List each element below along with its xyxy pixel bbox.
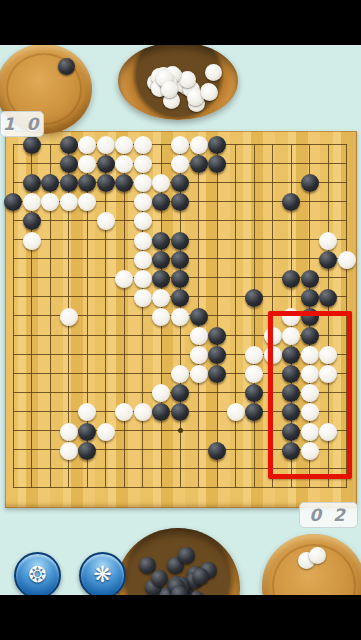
stone-white[interactable] (23, 193, 41, 211)
white-stone-bowl (118, 42, 238, 120)
stone-white[interactable] (78, 136, 96, 154)
stone-black[interactable] (171, 174, 189, 192)
stone-white[interactable] (134, 174, 152, 192)
stone-white[interactable] (171, 308, 189, 326)
white-stone (205, 64, 222, 81)
stone-white[interactable] (134, 289, 152, 307)
stone-black[interactable] (245, 289, 263, 307)
stone-white[interactable] (60, 193, 78, 211)
stone-black[interactable] (171, 270, 189, 288)
stone-white[interactable] (152, 308, 170, 326)
stone-black[interactable] (4, 193, 22, 211)
stone-black[interactable] (152, 270, 170, 288)
stone-white[interactable] (152, 289, 170, 307)
stone-black[interactable] (171, 384, 189, 402)
capture-counter-top: 1 0 (0, 111, 44, 137)
star-point (178, 428, 183, 433)
stone-black[interactable] (152, 232, 170, 250)
stone-white[interactable] (97, 423, 115, 441)
stone-white[interactable] (78, 155, 96, 173)
go-board[interactable] (5, 131, 357, 508)
stone-white[interactable] (190, 327, 208, 345)
black-stone (192, 568, 209, 585)
stone-white[interactable] (97, 212, 115, 230)
stone-black[interactable] (208, 327, 226, 345)
stone-white[interactable] (134, 155, 152, 173)
stone-black[interactable] (78, 423, 96, 441)
white-stone (298, 552, 315, 569)
white-stone (309, 547, 326, 564)
captured-black-stone (58, 58, 75, 75)
stone-white[interactable] (171, 155, 189, 173)
stone-black[interactable] (301, 289, 319, 307)
stone-black[interactable] (152, 193, 170, 211)
stone-black[interactable] (60, 155, 78, 173)
stone-white[interactable] (190, 136, 208, 154)
stone-white[interactable] (134, 403, 152, 421)
stone-black[interactable] (23, 136, 41, 154)
stone-white[interactable] (115, 403, 133, 421)
stone-white[interactable] (171, 136, 189, 154)
red-focus-rectangle (268, 311, 352, 479)
effects-button[interactable]: ❋ (79, 552, 126, 599)
gear-icon: ❂ (28, 562, 46, 587)
stone-white[interactable] (245, 365, 263, 383)
stone-white[interactable] (78, 193, 96, 211)
stone-black[interactable] (41, 174, 59, 192)
stone-black[interactable] (208, 442, 226, 460)
stone-white[interactable] (115, 155, 133, 173)
stone-black[interactable] (152, 251, 170, 269)
grid-line-vertical (217, 144, 218, 488)
bottom-black-bar (0, 595, 361, 640)
stone-black[interactable] (152, 403, 170, 421)
stone-white[interactable] (97, 136, 115, 154)
top-black-bar (0, 0, 361, 45)
stone-white[interactable] (23, 232, 41, 250)
stone-white[interactable] (134, 212, 152, 230)
stone-black[interactable] (97, 155, 115, 173)
sparkle-icon: ❋ (93, 562, 111, 587)
stone-black[interactable] (245, 403, 263, 421)
stone-black[interactable] (282, 270, 300, 288)
stone-black[interactable] (171, 232, 189, 250)
stone-white[interactable] (338, 251, 356, 269)
white-stone (179, 71, 196, 88)
stone-white[interactable] (134, 251, 152, 269)
stone-white[interactable] (134, 193, 152, 211)
stone-white[interactable] (319, 232, 337, 250)
stone-black[interactable] (319, 251, 337, 269)
black-stone (178, 547, 195, 564)
stone-black[interactable] (208, 136, 226, 154)
stone-black[interactable] (78, 174, 96, 192)
stone-white[interactable] (190, 346, 208, 364)
stone-white[interactable] (152, 384, 170, 402)
stone-black[interactable] (171, 289, 189, 307)
stone-black[interactable] (23, 212, 41, 230)
stone-white[interactable] (190, 365, 208, 383)
black-stone (151, 570, 168, 587)
stone-black[interactable] (97, 174, 115, 192)
stone-black[interactable] (282, 193, 300, 211)
stone-white[interactable] (78, 403, 96, 421)
stone-black[interactable] (115, 174, 133, 192)
stone-white[interactable] (134, 232, 152, 250)
stone-black[interactable] (171, 403, 189, 421)
stone-black[interactable] (245, 384, 263, 402)
stone-white[interactable] (171, 365, 189, 383)
stone-black[interactable] (301, 174, 319, 192)
stone-black[interactable] (208, 155, 226, 173)
stone-white[interactable] (115, 270, 133, 288)
capture-counter-bottom: 0 2 (299, 502, 358, 528)
stone-white[interactable] (245, 346, 263, 364)
white-stone (201, 84, 218, 101)
stone-white[interactable] (60, 423, 78, 441)
stone-white[interactable] (41, 193, 59, 211)
stone-black[interactable] (60, 174, 78, 192)
stone-black[interactable] (190, 155, 208, 173)
stone-black[interactable] (319, 289, 337, 307)
stone-black[interactable] (60, 136, 78, 154)
stone-white[interactable] (60, 308, 78, 326)
white-stone (161, 81, 178, 98)
stone-black[interactable] (190, 308, 208, 326)
stone-black[interactable] (171, 193, 189, 211)
grid-line-vertical (235, 144, 236, 488)
stone-black[interactable] (208, 365, 226, 383)
stone-white[interactable] (134, 270, 152, 288)
grid-line-vertical (254, 144, 255, 488)
grid-line-horizontal (13, 487, 347, 488)
stone-black[interactable] (301, 270, 319, 288)
stone-black[interactable] (208, 346, 226, 364)
stone-white[interactable] (115, 136, 133, 154)
stone-black[interactable] (171, 251, 189, 269)
stone-black[interactable] (23, 174, 41, 192)
settings-button[interactable]: ❂ (14, 552, 61, 599)
stone-black[interactable] (78, 442, 96, 460)
stone-white[interactable] (60, 442, 78, 460)
stone-white[interactable] (152, 174, 170, 192)
stone-white[interactable] (227, 403, 245, 421)
stone-white[interactable] (134, 136, 152, 154)
